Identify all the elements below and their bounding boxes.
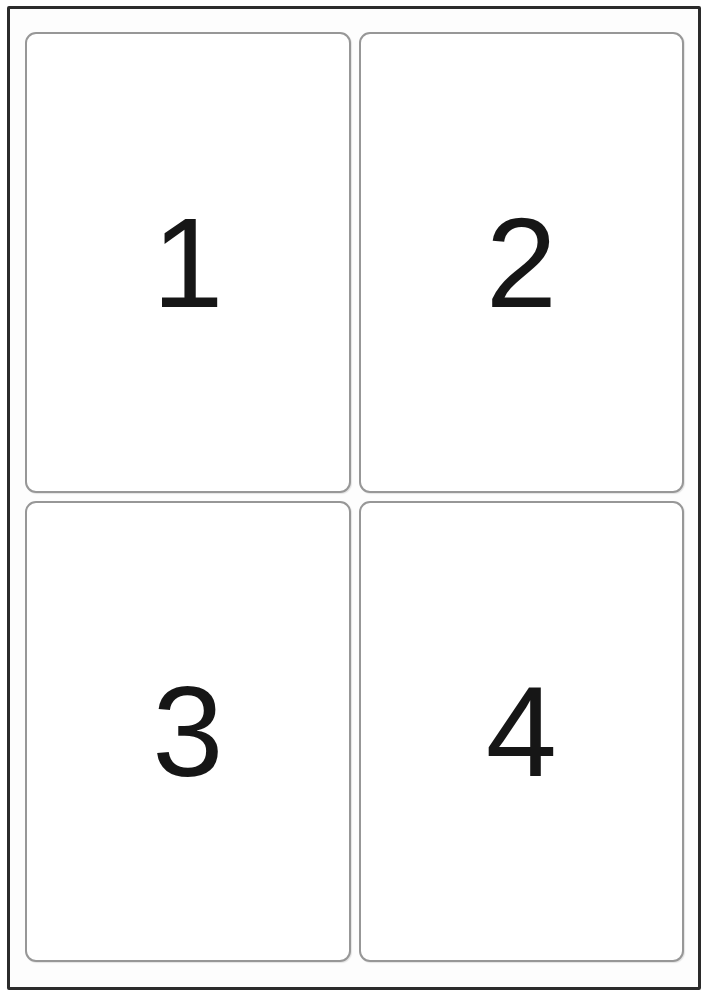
label-number-4: 4 (486, 668, 557, 796)
sheet-outline: 1 2 3 4 (7, 6, 701, 990)
label-number-2: 2 (486, 199, 557, 327)
label-number-3: 3 (152, 668, 223, 796)
label-cell-4: 4 (359, 501, 685, 962)
label-cell-3: 3 (25, 501, 351, 962)
label-cell-1: 1 (25, 32, 351, 493)
label-grid: 1 2 3 4 (25, 32, 684, 962)
label-sheet-diagram: 1 2 3 4 (0, 0, 710, 1000)
label-number-1: 1 (152, 199, 223, 327)
label-cell-2: 2 (359, 32, 685, 493)
